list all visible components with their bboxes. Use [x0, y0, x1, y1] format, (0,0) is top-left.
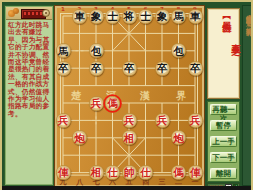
commentary-panel: 红方此时跳马出去有嫌过早、因为与其它的子力配置并不协调、然而这毕竟曾经是很热门的…: [4, 5, 54, 186]
piece-black-卒[interactable]: 卒: [122, 61, 137, 76]
piece-red-仕[interactable]: 仕: [138, 165, 153, 180]
piece-red-帥[interactable]: 帥: [122, 165, 137, 180]
lesson-title-line1: 【黑方快出: [220, 13, 233, 18]
piece-black-卒[interactable]: 卒: [89, 61, 104, 76]
piece-red-仕[interactable]: 仕: [105, 165, 120, 180]
piece-red-兵[interactable]: 兵: [56, 113, 71, 128]
piece-red-俥[interactable]: 俥: [56, 165, 71, 180]
piece-black-車[interactable]: 車: [72, 9, 87, 24]
xiangqi-board[interactable]: 123456789九八七六五四三二一楚河漢界車象士将士象馬車馬包包卒卒卒卒卒兵傌…: [54, 5, 205, 188]
piece-red-炮[interactable]: 炮: [171, 130, 186, 145]
panel-settings-icon[interactable]: [42, 9, 50, 17]
river-text: 漢: [140, 89, 150, 103]
piece-black-馬[interactable]: 馬: [171, 9, 186, 24]
piece-red-傌[interactable]: 傌: [171, 165, 186, 180]
piece-black-卒[interactable]: 卒: [155, 61, 170, 76]
opening-name-strip: 仙人指路對卒底包，紅方右相: [242, 5, 253, 186]
piece-black-象[interactable]: 象: [89, 9, 104, 24]
lesson-title-line2: 直車之二】: [229, 37, 242, 42]
piece-black-包[interactable]: 包: [89, 43, 104, 58]
piece-black-士[interactable]: 士: [138, 9, 153, 24]
window-bottom-edge: [0, 186, 253, 190]
piece-black-包[interactable]: 包: [171, 43, 186, 58]
piece-black-卒[interactable]: 卒: [188, 61, 203, 76]
pause-button[interactable]: 暫停: [210, 120, 237, 131]
piece-red-兵[interactable]: 兵: [122, 113, 137, 128]
opening-name-text: 仙人指路對卒底包，紅方右相: [244, 9, 253, 24]
piece-red-相[interactable]: 相: [89, 165, 104, 180]
control-panel: 再聽一次 暫停 上一手 下一手 離開: [207, 101, 240, 182]
piece-black-車[interactable]: 車: [188, 9, 203, 24]
piece-red-兵[interactable]: 兵: [89, 96, 104, 111]
lesson-title-box: 【黑方快出 直車之二】: [207, 8, 240, 99]
river-text: 楚: [71, 89, 81, 103]
replay-button[interactable]: 再聽一次: [210, 104, 237, 115]
file-label-top: 1: [60, 6, 67, 12]
commentary-text: 红方此时跳马出去有嫌过早、因为与其它的子力配置并不协调、然而这毕竟曾经是很热门的…: [8, 22, 52, 118]
piece-black-象[interactable]: 象: [155, 9, 170, 24]
piece-red-兵[interactable]: 兵: [188, 113, 203, 128]
piece-black-馬[interactable]: 馬: [56, 43, 71, 58]
piece-red-炮[interactable]: 炮: [72, 130, 87, 145]
next-move-button[interactable]: 下一手: [210, 152, 237, 163]
prev-move-button[interactable]: 上一手: [210, 136, 237, 147]
piece-black-士[interactable]: 士: [105, 9, 120, 24]
piece-red-傌[interactable]: 傌: [105, 96, 120, 111]
river-text: 界: [176, 89, 186, 103]
app-logo-icon: [8, 8, 19, 18]
commentary-panel-header: [6, 7, 52, 20]
piece-black-卒[interactable]: 卒: [56, 61, 71, 76]
piece-red-相[interactable]: 相: [122, 130, 137, 145]
exit-button[interactable]: 離開: [210, 168, 237, 179]
piece-black-将[interactable]: 将: [122, 9, 137, 24]
piece-red-兵[interactable]: 兵: [155, 113, 170, 128]
piece-red-俥[interactable]: 俥: [188, 165, 203, 180]
